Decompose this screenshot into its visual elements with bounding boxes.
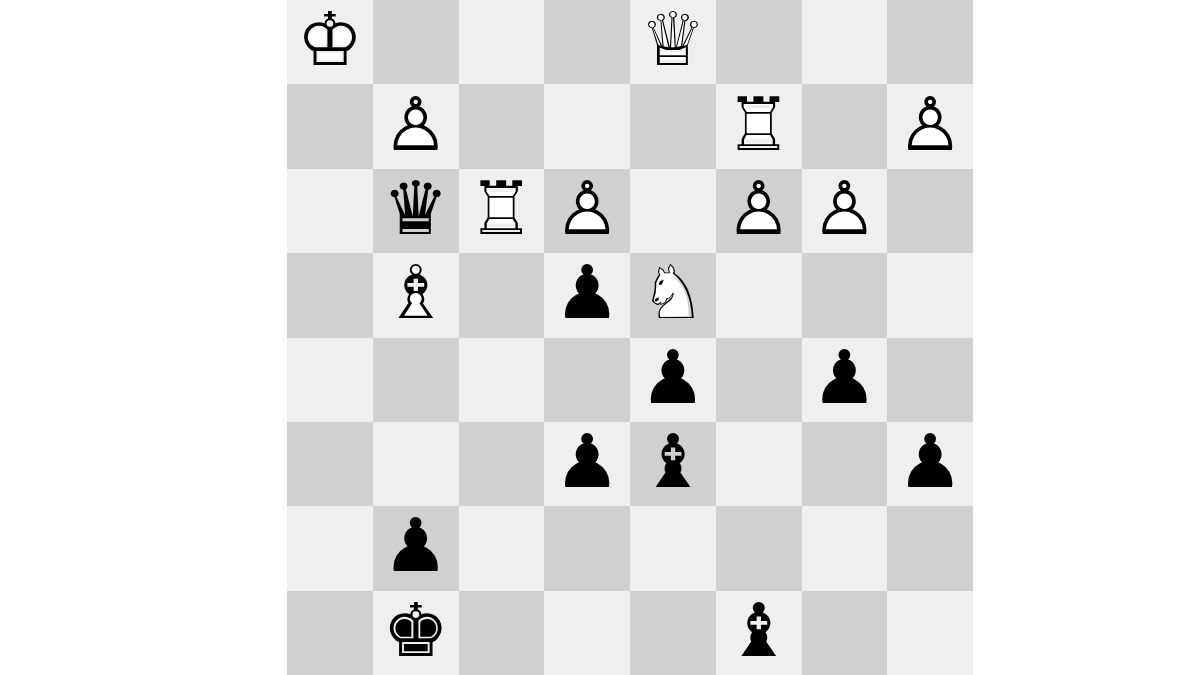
- square-h8[interactable]: [287, 591, 373, 675]
- square-f7[interactable]: [459, 506, 545, 590]
- piece-white-pawn[interactable]: ♟♙: [802, 169, 888, 253]
- square-d1[interactable]: ♛♕: [630, 0, 716, 84]
- piece-white-pawn[interactable]: ♟♙: [544, 169, 630, 253]
- square-c4[interactable]: [716, 253, 802, 337]
- piece-white-rook[interactable]: ♜♖: [716, 84, 802, 168]
- piece-black-bishop[interactable]: ♝: [630, 422, 716, 506]
- board-canvas: ♚♔♛♕♟♙♜♖♟♙♛♜♖♟♙♟♙♟♙♝♗♟♞♘♟♟♟♝♟♟♚♝: [0, 0, 1200, 675]
- square-f8[interactable]: [459, 591, 545, 675]
- chess-board: ♚♔♛♕♟♙♜♖♟♙♛♜♖♟♙♟♙♟♙♝♗♟♞♘♟♟♟♝♟♟♚♝: [287, 0, 973, 675]
- piece-white-pawn[interactable]: ♟♙: [887, 84, 973, 168]
- square-b5[interactable]: ♟: [802, 338, 888, 422]
- square-b3[interactable]: ♟♙: [802, 169, 888, 253]
- square-e8[interactable]: [544, 591, 630, 675]
- square-c5[interactable]: [716, 338, 802, 422]
- square-g1[interactable]: [373, 0, 459, 84]
- square-e5[interactable]: [544, 338, 630, 422]
- piece-black-queen[interactable]: ♛: [373, 169, 459, 253]
- square-c8[interactable]: ♝: [716, 591, 802, 675]
- square-g8[interactable]: ♚: [373, 591, 459, 675]
- square-b4[interactable]: [802, 253, 888, 337]
- square-h7[interactable]: [287, 506, 373, 590]
- square-f3[interactable]: ♜♖: [459, 169, 545, 253]
- square-c6[interactable]: [716, 422, 802, 506]
- square-b1[interactable]: [802, 0, 888, 84]
- square-c7[interactable]: [716, 506, 802, 590]
- square-g3[interactable]: ♛: [373, 169, 459, 253]
- square-d8[interactable]: [630, 591, 716, 675]
- square-a5[interactable]: [887, 338, 973, 422]
- square-a2[interactable]: ♟♙: [887, 84, 973, 168]
- square-d4[interactable]: ♞♘: [630, 253, 716, 337]
- piece-white-rook[interactable]: ♜♖: [459, 169, 545, 253]
- square-d7[interactable]: [630, 506, 716, 590]
- piece-white-pawn[interactable]: ♟♙: [716, 169, 802, 253]
- square-a7[interactable]: [887, 506, 973, 590]
- square-d5[interactable]: ♟: [630, 338, 716, 422]
- square-g2[interactable]: ♟♙: [373, 84, 459, 168]
- square-f1[interactable]: [459, 0, 545, 84]
- square-f5[interactable]: [459, 338, 545, 422]
- square-b7[interactable]: [802, 506, 888, 590]
- square-e2[interactable]: [544, 84, 630, 168]
- square-f4[interactable]: [459, 253, 545, 337]
- square-d2[interactable]: [630, 84, 716, 168]
- square-e4[interactable]: ♟: [544, 253, 630, 337]
- piece-white-king[interactable]: ♚♔: [287, 0, 373, 84]
- square-g4[interactable]: ♝♗: [373, 253, 459, 337]
- square-h2[interactable]: [287, 84, 373, 168]
- square-h1[interactable]: ♚♔: [287, 0, 373, 84]
- square-h3[interactable]: [287, 169, 373, 253]
- piece-black-pawn[interactable]: ♟: [887, 422, 973, 506]
- square-b2[interactable]: [802, 84, 888, 168]
- square-a3[interactable]: [887, 169, 973, 253]
- square-e3[interactable]: ♟♙: [544, 169, 630, 253]
- square-h4[interactable]: [287, 253, 373, 337]
- piece-black-pawn[interactable]: ♟: [802, 338, 888, 422]
- piece-black-pawn[interactable]: ♟: [544, 253, 630, 337]
- square-g7[interactable]: ♟: [373, 506, 459, 590]
- piece-white-queen[interactable]: ♛♕: [630, 0, 716, 84]
- square-d3[interactable]: [630, 169, 716, 253]
- square-g6[interactable]: [373, 422, 459, 506]
- square-a8[interactable]: [887, 591, 973, 675]
- square-g5[interactable]: [373, 338, 459, 422]
- piece-white-bishop[interactable]: ♝♗: [373, 253, 459, 337]
- square-a1[interactable]: [887, 0, 973, 84]
- square-c2[interactable]: ♜♖: [716, 84, 802, 168]
- piece-white-pawn[interactable]: ♟♙: [373, 84, 459, 168]
- square-e6[interactable]: ♟: [544, 422, 630, 506]
- piece-white-knight[interactable]: ♞♘: [630, 253, 716, 337]
- piece-black-pawn[interactable]: ♟: [373, 506, 459, 590]
- square-c1[interactable]: [716, 0, 802, 84]
- square-c3[interactable]: ♟♙: [716, 169, 802, 253]
- square-a6[interactable]: ♟: [887, 422, 973, 506]
- piece-black-king[interactable]: ♚: [373, 591, 459, 675]
- square-b8[interactable]: [802, 591, 888, 675]
- square-e1[interactable]: [544, 0, 630, 84]
- square-b6[interactable]: [802, 422, 888, 506]
- square-h5[interactable]: [287, 338, 373, 422]
- square-f6[interactable]: [459, 422, 545, 506]
- piece-black-pawn[interactable]: ♟: [630, 338, 716, 422]
- square-d6[interactable]: ♝: [630, 422, 716, 506]
- square-e7[interactable]: [544, 506, 630, 590]
- square-a4[interactable]: [887, 253, 973, 337]
- piece-black-pawn[interactable]: ♟: [544, 422, 630, 506]
- square-h6[interactable]: [287, 422, 373, 506]
- square-f2[interactable]: [459, 84, 545, 168]
- piece-black-bishop[interactable]: ♝: [716, 591, 802, 675]
